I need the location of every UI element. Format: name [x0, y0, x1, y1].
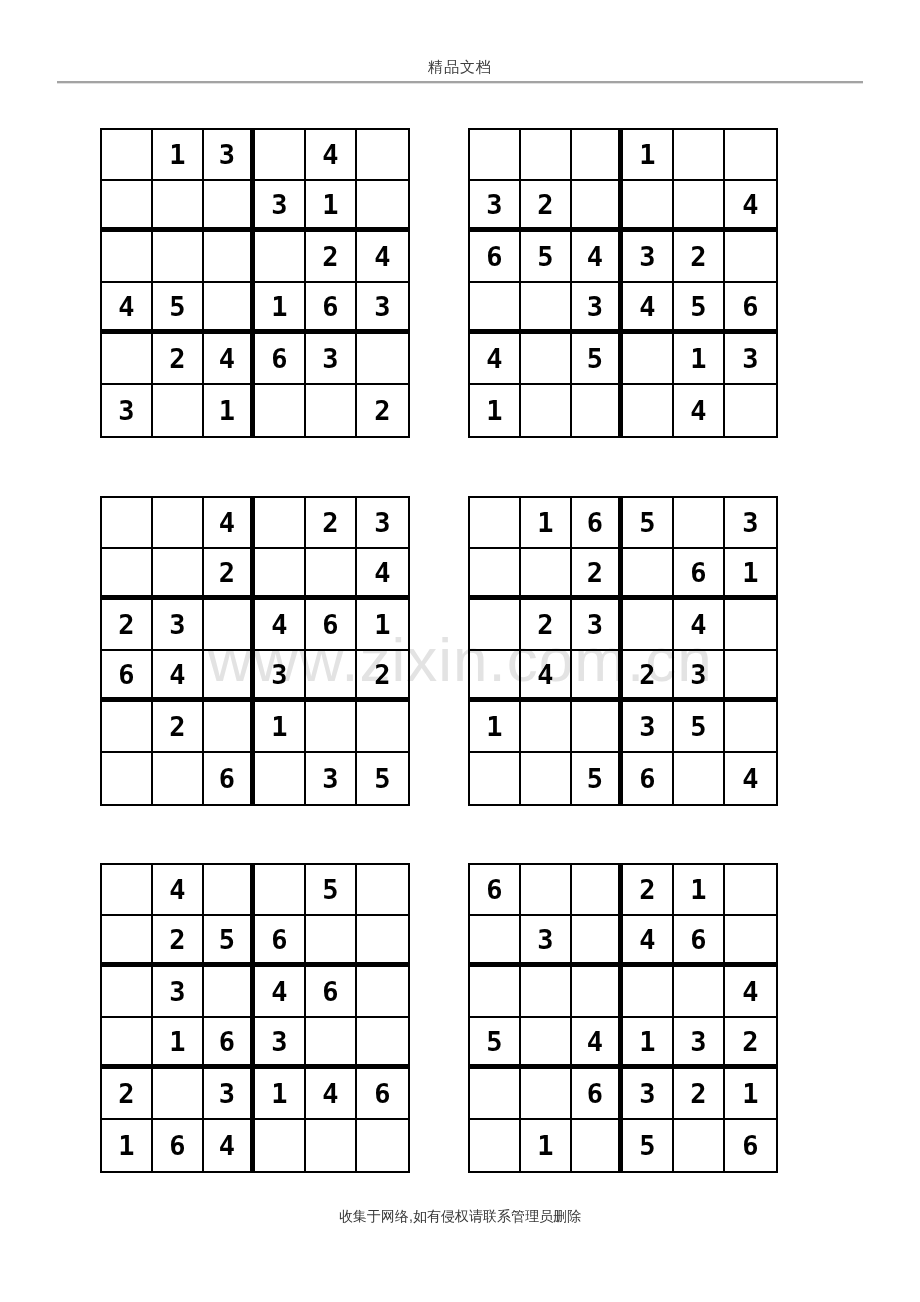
sudoku-cell-r5c2 [521, 1069, 572, 1120]
sudoku-cell-r1c1 [470, 498, 521, 549]
sudoku-cell-r6c2 [153, 385, 204, 436]
sudoku-cell-r1c3 [572, 865, 623, 916]
sudoku-cell-r3c6 [725, 600, 776, 651]
sudoku-cell-r2c1 [102, 916, 153, 967]
sudoku-cell-r6c3: 1 [204, 385, 255, 436]
sudoku-cell-r5c1 [102, 334, 153, 385]
sudoku-cell-r2c5 [674, 181, 725, 232]
sudoku-cell-r2c4 [255, 549, 306, 600]
sudoku-cell-r2c4: 3 [255, 181, 306, 232]
sudoku-cell-r1c5 [674, 498, 725, 549]
sudoku-cell-r1c4 [255, 865, 306, 916]
sudoku-cell-r5c4 [623, 334, 674, 385]
sudoku-cell-r6c6: 4 [725, 753, 776, 804]
sudoku-cell-r2c3: 5 [204, 916, 255, 967]
sudoku-cell-r2c2 [521, 549, 572, 600]
sudoku-cell-r2c2: 3 [521, 916, 572, 967]
sudoku-cell-r5c1: 1 [470, 702, 521, 753]
sudoku-board-3: 4232423461643221635 [100, 496, 410, 806]
sudoku-cell-r4c6: 2 [357, 651, 408, 702]
sudoku-cell-r6c1 [102, 753, 153, 804]
sudoku-cell-r3c5: 6 [306, 967, 357, 1018]
sudoku-cell-r4c3 [204, 283, 255, 334]
sudoku-cell-r5c3: 4 [204, 334, 255, 385]
sudoku-cell-r1c6 [725, 865, 776, 916]
sudoku-cell-r6c3: 4 [204, 1120, 255, 1171]
sudoku-cell-r1c6: 3 [725, 498, 776, 549]
sudoku-cell-r6c4 [255, 1120, 306, 1171]
sudoku-cell-r4c5 [306, 651, 357, 702]
worksheet-page: 精品文档 1343124451632463312 132465432345645… [0, 0, 920, 1302]
sudoku-cell-r5c2 [521, 702, 572, 753]
sudoku-cell-r4c3: 6 [204, 1018, 255, 1069]
sudoku-cell-r1c3: 4 [204, 498, 255, 549]
sudoku-cell-r4c3 [572, 651, 623, 702]
sudoku-cell-r6c6 [357, 1120, 408, 1171]
sudoku-cell-r2c2: 2 [521, 181, 572, 232]
sudoku-cell-r5c2 [521, 334, 572, 385]
sudoku-cell-r4c4: 1 [623, 1018, 674, 1069]
sudoku-cell-r6c3 [572, 385, 623, 436]
sudoku-cell-r6c1 [470, 753, 521, 804]
sudoku-cell-r1c2: 1 [521, 498, 572, 549]
sudoku-cell-r4c5 [306, 1018, 357, 1069]
sudoku-cell-r6c4: 6 [623, 753, 674, 804]
sudoku-cell-r4c1: 4 [102, 283, 153, 334]
sudoku-cell-r6c1: 1 [470, 385, 521, 436]
sudoku-cell-r5c5: 1 [674, 334, 725, 385]
sudoku-cell-r5c3: 5 [572, 334, 623, 385]
sudoku-cell-r6c4: 5 [623, 1120, 674, 1171]
sudoku-cell-r1c1 [470, 130, 521, 181]
sudoku-cell-r2c6: 1 [725, 549, 776, 600]
sudoku-cell-r2c2 [153, 181, 204, 232]
sudoku-cell-r6c6 [725, 385, 776, 436]
sudoku-cell-r5c5: 4 [306, 1069, 357, 1120]
sudoku-cell-r4c3: 3 [572, 283, 623, 334]
sudoku-cell-r5c6: 6 [357, 1069, 408, 1120]
sudoku-cell-r2c4 [623, 549, 674, 600]
sudoku-cell-r3c3 [204, 967, 255, 1018]
sudoku-cell-r5c2: 2 [153, 702, 204, 753]
sudoku-cell-r6c5 [306, 1120, 357, 1171]
sudoku-cell-r1c4 [255, 498, 306, 549]
sudoku-cell-r5c4: 3 [623, 702, 674, 753]
sudoku-cell-r3c5: 6 [306, 600, 357, 651]
sudoku-cell-r3c1: 2 [102, 600, 153, 651]
sudoku-cell-r4c4: 1 [255, 283, 306, 334]
sudoku-cell-r4c6: 6 [725, 283, 776, 334]
sudoku-cell-r4c4: 3 [255, 1018, 306, 1069]
sudoku-cell-r3c1: 6 [470, 232, 521, 283]
sudoku-cell-r4c2: 1 [153, 1018, 204, 1069]
sudoku-cell-r4c4: 2 [623, 651, 674, 702]
page-header-title: 精品文档 [0, 58, 920, 77]
sudoku-cell-r6c2 [521, 753, 572, 804]
sudoku-cell-r1c2 [153, 498, 204, 549]
sudoku-board-6: 6213464541326321156 [468, 863, 778, 1173]
sudoku-cell-r6c4 [623, 385, 674, 436]
sudoku-cell-r2c5 [306, 549, 357, 600]
sudoku-cell-r6c1: 1 [102, 1120, 153, 1171]
sudoku-cell-r5c6: 1 [725, 1069, 776, 1120]
sudoku-cell-r1c5: 1 [674, 865, 725, 916]
sudoku-cell-r2c2 [153, 549, 204, 600]
sudoku-cell-r1c2: 4 [153, 865, 204, 916]
sudoku-cell-r6c5 [306, 385, 357, 436]
sudoku-cell-r3c5 [674, 967, 725, 1018]
sudoku-cell-r3c2 [521, 967, 572, 1018]
sudoku-cell-r2c5: 6 [674, 916, 725, 967]
sudoku-cell-r3c6: 4 [357, 232, 408, 283]
sudoku-cell-r5c5: 3 [306, 334, 357, 385]
sudoku-cell-r3c2: 2 [521, 600, 572, 651]
sudoku-board-4: 1653261234423135564 [468, 496, 778, 806]
sudoku-cell-r3c2: 3 [153, 967, 204, 1018]
sudoku-cell-r3c3 [204, 232, 255, 283]
sudoku-cell-r6c5: 4 [674, 385, 725, 436]
sudoku-cell-r2c5: 6 [674, 549, 725, 600]
sudoku-cell-r1c6: 3 [357, 498, 408, 549]
sudoku-cell-r5c5: 5 [674, 702, 725, 753]
sudoku-cell-r6c2 [521, 385, 572, 436]
sudoku-cell-r3c1 [102, 232, 153, 283]
sudoku-cell-r3c2 [153, 232, 204, 283]
sudoku-cell-r4c2 [521, 1018, 572, 1069]
sudoku-cell-r1c3: 6 [572, 498, 623, 549]
sudoku-cell-r1c4: 2 [623, 865, 674, 916]
sudoku-cell-r5c3: 6 [572, 1069, 623, 1120]
sudoku-cell-r1c5: 2 [306, 498, 357, 549]
sudoku-cell-r5c5: 2 [674, 1069, 725, 1120]
sudoku-cell-r2c5: 1 [306, 181, 357, 232]
sudoku-cell-r2c3: 2 [204, 549, 255, 600]
sudoku-cell-r5c6 [357, 334, 408, 385]
sudoku-cell-r3c6: 4 [725, 967, 776, 1018]
sudoku-cell-r6c5 [674, 1120, 725, 1171]
sudoku-cell-r4c5: 3 [674, 651, 725, 702]
sudoku-cell-r3c4 [623, 967, 674, 1018]
sudoku-cell-r4c6: 2 [725, 1018, 776, 1069]
sudoku-cell-r5c2: 2 [153, 334, 204, 385]
sudoku-cell-r2c4: 6 [255, 916, 306, 967]
sudoku-cell-r4c5: 6 [306, 283, 357, 334]
sudoku-cell-r5c6: 3 [725, 334, 776, 385]
sudoku-cell-r3c1 [470, 600, 521, 651]
sudoku-cell-r6c1: 3 [102, 385, 153, 436]
sudoku-cell-r6c3 [572, 1120, 623, 1171]
sudoku-cell-r3c6: 1 [357, 600, 408, 651]
sudoku-cell-r5c1 [470, 1069, 521, 1120]
sudoku-cell-r1c5: 5 [306, 865, 357, 916]
sudoku-cell-r2c6 [725, 916, 776, 967]
sudoku-cell-r2c4 [623, 181, 674, 232]
sudoku-cell-r2c5 [306, 916, 357, 967]
page-footer-text: 收集于网络,如有侵权请联系管理员删除 [0, 1208, 920, 1226]
sudoku-cell-r6c1 [470, 1120, 521, 1171]
sudoku-cell-r1c5: 4 [306, 130, 357, 181]
sudoku-cell-r2c4: 4 [623, 916, 674, 967]
sudoku-cell-r3c1 [470, 967, 521, 1018]
sudoku-cell-r3c4: 4 [255, 967, 306, 1018]
sudoku-cell-r1c4: 1 [623, 130, 674, 181]
sudoku-cell-r6c5 [674, 753, 725, 804]
sudoku-cell-r2c6: 4 [357, 549, 408, 600]
sudoku-cell-r1c2: 1 [153, 130, 204, 181]
sudoku-cell-r5c3: 3 [204, 1069, 255, 1120]
sudoku-cell-r1c2 [521, 130, 572, 181]
sudoku-cell-r3c3 [204, 600, 255, 651]
sudoku-cell-r2c1: 3 [470, 181, 521, 232]
sudoku-cell-r5c1: 2 [102, 1069, 153, 1120]
sudoku-cell-r6c6: 2 [357, 385, 408, 436]
sudoku-cell-r1c4 [255, 130, 306, 181]
sudoku-board-2: 1324654323456451314 [468, 128, 778, 438]
sudoku-cell-r3c5: 2 [306, 232, 357, 283]
sudoku-cell-r3c3: 4 [572, 232, 623, 283]
sudoku-cell-r5c3 [572, 702, 623, 753]
sudoku-cell-r6c5: 3 [306, 753, 357, 804]
sudoku-cell-r5c6 [725, 702, 776, 753]
sudoku-cell-r3c4: 4 [255, 600, 306, 651]
sudoku-cell-r5c4: 1 [255, 702, 306, 753]
sudoku-cell-r1c1 [102, 130, 153, 181]
sudoku-cell-r2c3: 2 [572, 549, 623, 600]
sudoku-cell-r6c3: 6 [204, 753, 255, 804]
sudoku-cell-r4c6: 3 [357, 283, 408, 334]
sudoku-cell-r2c1 [470, 549, 521, 600]
sudoku-cell-r4c3 [204, 651, 255, 702]
sudoku-cell-r4c3: 4 [572, 1018, 623, 1069]
sudoku-cell-r4c1 [102, 1018, 153, 1069]
sudoku-cell-r3c6 [357, 967, 408, 1018]
sudoku-cell-r1c6 [725, 130, 776, 181]
sudoku-cell-r3c5: 4 [674, 600, 725, 651]
sudoku-cell-r2c3 [572, 181, 623, 232]
sudoku-cell-r4c5: 5 [674, 283, 725, 334]
sudoku-cell-r2c2: 2 [153, 916, 204, 967]
sudoku-cell-r5c1: 4 [470, 334, 521, 385]
sudoku-cell-r2c6: 4 [725, 181, 776, 232]
sudoku-cell-r1c3 [204, 865, 255, 916]
sudoku-cell-r4c1: 6 [102, 651, 153, 702]
sudoku-board-5: 4525634616323146164 [100, 863, 410, 1173]
sudoku-cell-r2c3 [572, 916, 623, 967]
sudoku-cell-r4c1: 5 [470, 1018, 521, 1069]
sudoku-cell-r4c4: 3 [255, 651, 306, 702]
sudoku-board-1: 1343124451632463312 [100, 128, 410, 438]
sudoku-cell-r1c2 [521, 865, 572, 916]
sudoku-cell-r3c6 [725, 232, 776, 283]
sudoku-cell-r3c2: 3 [153, 600, 204, 651]
sudoku-cell-r1c1 [102, 865, 153, 916]
sudoku-cell-r4c1 [470, 283, 521, 334]
sudoku-cell-r4c4: 4 [623, 283, 674, 334]
sudoku-cell-r6c6: 5 [357, 753, 408, 804]
sudoku-cell-r2c6 [357, 916, 408, 967]
sudoku-cell-r6c4 [255, 385, 306, 436]
sudoku-cell-r6c2: 6 [153, 1120, 204, 1171]
sudoku-cell-r5c2 [153, 1069, 204, 1120]
sudoku-cell-r1c3 [572, 130, 623, 181]
sudoku-cell-r3c2: 5 [521, 232, 572, 283]
sudoku-cell-r4c6 [725, 651, 776, 702]
sudoku-cell-r1c6 [357, 130, 408, 181]
sudoku-cell-r2c1 [102, 549, 153, 600]
sudoku-cell-r5c4: 1 [255, 1069, 306, 1120]
sudoku-cell-r6c2: 1 [521, 1120, 572, 1171]
sudoku-cell-r4c2: 4 [521, 651, 572, 702]
sudoku-cell-r2c6 [357, 181, 408, 232]
sudoku-cell-r1c1: 6 [470, 865, 521, 916]
sudoku-cell-r3c4: 3 [623, 232, 674, 283]
sudoku-cell-r6c2 [153, 753, 204, 804]
sudoku-cell-r5c5 [306, 702, 357, 753]
sudoku-cell-r3c5: 2 [674, 232, 725, 283]
sudoku-cell-r6c4 [255, 753, 306, 804]
sudoku-cell-r2c3 [204, 181, 255, 232]
sudoku-cell-r1c3: 3 [204, 130, 255, 181]
sudoku-cell-r5c1 [102, 702, 153, 753]
sudoku-cell-r3c3: 3 [572, 600, 623, 651]
sudoku-cell-r6c3: 5 [572, 753, 623, 804]
header-divider [57, 81, 863, 83]
sudoku-cell-r5c4: 6 [255, 334, 306, 385]
sudoku-cell-r3c4 [623, 600, 674, 651]
sudoku-cell-r5c6 [357, 702, 408, 753]
sudoku-cell-r5c3 [204, 702, 255, 753]
sudoku-cell-r3c1 [102, 967, 153, 1018]
sudoku-cell-r6c6: 6 [725, 1120, 776, 1171]
sudoku-cell-r5c4: 3 [623, 1069, 674, 1120]
sudoku-cell-r1c1 [102, 498, 153, 549]
sudoku-cell-r4c2: 5 [153, 283, 204, 334]
sudoku-cell-r4c1 [470, 651, 521, 702]
sudoku-cell-r4c6 [357, 1018, 408, 1069]
sudoku-cell-r3c4 [255, 232, 306, 283]
sudoku-cell-r2c1 [470, 916, 521, 967]
sudoku-cell-r4c5: 3 [674, 1018, 725, 1069]
sudoku-cell-r2c1 [102, 181, 153, 232]
sudoku-cell-r1c4: 5 [623, 498, 674, 549]
sudoku-cell-r1c6 [357, 865, 408, 916]
sudoku-cell-r4c2: 4 [153, 651, 204, 702]
sudoku-cell-r3c3 [572, 967, 623, 1018]
sudoku-cell-r4c2 [521, 283, 572, 334]
sudoku-cell-r1c5 [674, 130, 725, 181]
